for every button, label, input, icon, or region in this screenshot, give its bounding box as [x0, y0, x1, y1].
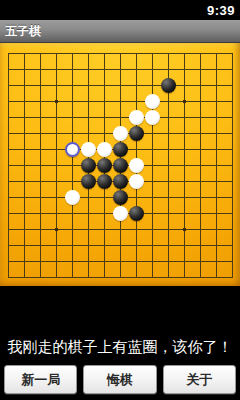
intersection[interactable] — [176, 109, 192, 125]
intersection[interactable] — [112, 237, 128, 253]
intersection[interactable] — [64, 109, 80, 125]
intersection[interactable] — [0, 157, 16, 173]
intersection[interactable] — [208, 189, 224, 205]
intersection[interactable] — [80, 125, 96, 141]
intersection[interactable] — [48, 93, 64, 109]
intersection[interactable] — [64, 61, 80, 77]
intersection[interactable] — [224, 269, 240, 285]
intersection[interactable] — [16, 141, 32, 157]
intersection[interactable] — [32, 237, 48, 253]
white-stone — [113, 206, 128, 221]
intersection[interactable] — [64, 77, 80, 93]
intersection[interactable] — [144, 93, 160, 109]
intersection[interactable] — [176, 237, 192, 253]
intersection[interactable] — [0, 205, 16, 221]
intersection[interactable] — [176, 253, 192, 269]
intersection[interactable] — [112, 205, 128, 221]
intersection[interactable] — [160, 269, 176, 285]
intersection[interactable] — [32, 173, 48, 189]
intersection[interactable] — [224, 205, 240, 221]
about-button[interactable]: 关于 — [163, 365, 236, 394]
intersection[interactable] — [80, 189, 96, 205]
intersection[interactable] — [16, 221, 32, 237]
intersection[interactable] — [128, 205, 144, 221]
intersection[interactable] — [80, 141, 96, 157]
intersection[interactable] — [80, 45, 96, 61]
intersection[interactable] — [32, 125, 48, 141]
new-game-button[interactable]: 新一局 — [4, 365, 77, 394]
intersection[interactable] — [64, 221, 80, 237]
intersection[interactable] — [160, 173, 176, 189]
intersection[interactable] — [32, 157, 48, 173]
intersection[interactable] — [64, 157, 80, 173]
white-stone — [145, 94, 160, 109]
intersection[interactable] — [32, 253, 48, 269]
intersection[interactable] — [128, 237, 144, 253]
intersection[interactable] — [144, 61, 160, 77]
intersection[interactable] — [128, 253, 144, 269]
undo-move-button[interactable]: 悔棋 — [83, 365, 156, 394]
intersection[interactable] — [192, 109, 208, 125]
intersection[interactable] — [96, 173, 112, 189]
intersection[interactable] — [192, 93, 208, 109]
intersection[interactable] — [176, 125, 192, 141]
intersection[interactable] — [208, 205, 224, 221]
intersection[interactable] — [0, 125, 16, 141]
intersection[interactable] — [144, 237, 160, 253]
intersection[interactable] — [128, 221, 144, 237]
intersection[interactable] — [224, 221, 240, 237]
intersection[interactable] — [96, 77, 112, 93]
intersection[interactable] — [192, 269, 208, 285]
intersection[interactable] — [176, 141, 192, 157]
intersection[interactable] — [176, 157, 192, 173]
intersection[interactable] — [208, 269, 224, 285]
intersection[interactable] — [0, 189, 16, 205]
intersection[interactable] — [208, 77, 224, 93]
intersection[interactable] — [160, 45, 176, 61]
intersection[interactable] — [32, 109, 48, 125]
intersection[interactable] — [32, 61, 48, 77]
intersection[interactable] — [80, 173, 96, 189]
black-stone — [129, 206, 144, 221]
black-stone — [129, 126, 144, 141]
intersection[interactable] — [64, 125, 80, 141]
intersection[interactable] — [112, 109, 128, 125]
intersection[interactable] — [112, 141, 128, 157]
intersection[interactable] — [224, 93, 240, 109]
white-stone — [97, 142, 112, 157]
intersection[interactable] — [112, 189, 128, 205]
intersection[interactable] — [0, 45, 16, 61]
intersection[interactable] — [0, 141, 16, 157]
last-move-stone — [65, 142, 80, 157]
intersection[interactable] — [208, 93, 224, 109]
intersection[interactable] — [16, 237, 32, 253]
intersection[interactable] — [144, 77, 160, 93]
status-message: 我刚走的棋子上有蓝圈，该你了！ — [0, 338, 240, 357]
intersection[interactable] — [192, 205, 208, 221]
intersection[interactable] — [96, 93, 112, 109]
intersection[interactable] — [128, 141, 144, 157]
intersection[interactable] — [16, 253, 32, 269]
intersection[interactable] — [128, 109, 144, 125]
intersection[interactable] — [128, 77, 144, 93]
intersection[interactable] — [144, 125, 160, 141]
intersection[interactable] — [64, 189, 80, 205]
black-stone — [81, 158, 96, 173]
intersection[interactable] — [160, 205, 176, 221]
intersection[interactable] — [96, 109, 112, 125]
intersection[interactable] — [96, 205, 112, 221]
button-row: 新一局 悔棋 关于 — [4, 365, 236, 394]
intersection[interactable] — [48, 77, 64, 93]
intersection[interactable] — [16, 205, 32, 221]
intersection[interactable] — [224, 173, 240, 189]
intersection[interactable] — [224, 77, 240, 93]
intersection[interactable] — [64, 237, 80, 253]
black-stone — [113, 142, 128, 157]
intersection[interactable] — [96, 141, 112, 157]
intersection[interactable] — [48, 157, 64, 173]
intersection[interactable] — [48, 109, 64, 125]
intersection[interactable] — [112, 253, 128, 269]
app-screen: 9:39 五子棋 我刚走的棋子上有蓝圈，该你了！ 新一局 悔棋 关于 — [0, 0, 240, 400]
intersection[interactable] — [16, 269, 32, 285]
intersection[interactable] — [192, 173, 208, 189]
intersection[interactable] — [48, 205, 64, 221]
intersection[interactable] — [128, 125, 144, 141]
intersection[interactable] — [16, 109, 32, 125]
intersection[interactable] — [48, 45, 64, 61]
white-stone — [129, 158, 144, 173]
intersection[interactable] — [144, 253, 160, 269]
intersection[interactable] — [48, 125, 64, 141]
intersection[interactable] — [160, 93, 176, 109]
intersection[interactable] — [0, 93, 16, 109]
intersection[interactable] — [144, 45, 160, 61]
intersection[interactable] — [176, 205, 192, 221]
intersection[interactable] — [128, 157, 144, 173]
white-stone — [129, 110, 144, 125]
intersection[interactable] — [192, 221, 208, 237]
intersection[interactable] — [208, 125, 224, 141]
intersection[interactable] — [80, 93, 96, 109]
black-stone — [113, 158, 128, 173]
intersection[interactable] — [80, 269, 96, 285]
intersection[interactable] — [32, 269, 48, 285]
intersection[interactable] — [96, 61, 112, 77]
intersection[interactable] — [96, 237, 112, 253]
intersection[interactable] — [128, 45, 144, 61]
intersection[interactable] — [160, 189, 176, 205]
intersection[interactable] — [208, 173, 224, 189]
intersection[interactable] — [64, 93, 80, 109]
intersection[interactable] — [0, 253, 16, 269]
intersection[interactable] — [176, 77, 192, 93]
intersection[interactable] — [32, 221, 48, 237]
intersection[interactable] — [176, 221, 192, 237]
intersection[interactable] — [80, 77, 96, 93]
intersection[interactable] — [64, 45, 80, 61]
intersection[interactable] — [224, 61, 240, 77]
white-stone — [145, 110, 160, 125]
black-stone — [97, 174, 112, 189]
intersection[interactable] — [32, 93, 48, 109]
intersection[interactable] — [144, 189, 160, 205]
intersection[interactable] — [192, 141, 208, 157]
intersection[interactable] — [128, 93, 144, 109]
intersection[interactable] — [192, 237, 208, 253]
intersection[interactable] — [96, 125, 112, 141]
intersection[interactable] — [48, 237, 64, 253]
intersection[interactable] — [0, 221, 16, 237]
intersection[interactable] — [208, 61, 224, 77]
intersection[interactable] — [64, 269, 80, 285]
intersection[interactable] — [224, 45, 240, 61]
intersection[interactable] — [192, 45, 208, 61]
white-stone — [65, 190, 80, 205]
intersection[interactable] — [16, 189, 32, 205]
bottom-panel: 我刚走的棋子上有蓝圈，该你了！ 新一局 悔棋 关于 — [0, 286, 240, 400]
intersection[interactable] — [16, 45, 32, 61]
intersection[interactable] — [160, 157, 176, 173]
board-grid — [0, 45, 240, 285]
intersection[interactable] — [208, 221, 224, 237]
intersection[interactable] — [0, 109, 16, 125]
intersection[interactable] — [224, 109, 240, 125]
intersection[interactable] — [96, 189, 112, 205]
intersection[interactable] — [16, 157, 32, 173]
intersection[interactable] — [16, 125, 32, 141]
intersection[interactable] — [160, 237, 176, 253]
board[interactable] — [0, 43, 240, 286]
intersection[interactable] — [64, 173, 80, 189]
intersection[interactable] — [112, 77, 128, 93]
intersection[interactable] — [16, 77, 32, 93]
intersection[interactable] — [80, 109, 96, 125]
intersection[interactable] — [64, 141, 80, 157]
intersection[interactable] — [16, 61, 32, 77]
black-stone — [81, 174, 96, 189]
black-stone — [97, 158, 112, 173]
intersection[interactable] — [192, 77, 208, 93]
intersection[interactable] — [160, 125, 176, 141]
intersection[interactable] — [192, 157, 208, 173]
intersection[interactable] — [128, 61, 144, 77]
intersection[interactable] — [160, 141, 176, 157]
intersection[interactable] — [112, 221, 128, 237]
intersection[interactable] — [0, 61, 16, 77]
intersection[interactable] — [176, 45, 192, 61]
intersection[interactable] — [112, 125, 128, 141]
intersection[interactable] — [176, 93, 192, 109]
intersection[interactable] — [176, 173, 192, 189]
intersection[interactable] — [192, 189, 208, 205]
intersection[interactable] — [48, 253, 64, 269]
intersection[interactable] — [224, 237, 240, 253]
intersection[interactable] — [144, 141, 160, 157]
intersection[interactable] — [80, 237, 96, 253]
intersection[interactable] — [16, 173, 32, 189]
intersection[interactable] — [48, 141, 64, 157]
intersection[interactable] — [224, 189, 240, 205]
intersection[interactable] — [0, 77, 16, 93]
intersection[interactable] — [112, 61, 128, 77]
intersection[interactable] — [192, 125, 208, 141]
intersection[interactable] — [224, 125, 240, 141]
intersection[interactable] — [80, 221, 96, 237]
intersection[interactable] — [80, 61, 96, 77]
intersection[interactable] — [144, 221, 160, 237]
intersection[interactable] — [208, 253, 224, 269]
intersection[interactable] — [48, 173, 64, 189]
intersection[interactable] — [96, 157, 112, 173]
intersection[interactable] — [32, 77, 48, 93]
intersection[interactable] — [16, 93, 32, 109]
intersection[interactable] — [96, 253, 112, 269]
intersection[interactable] — [160, 221, 176, 237]
intersection[interactable] — [160, 109, 176, 125]
black-stone — [113, 174, 128, 189]
intersection[interactable] — [192, 61, 208, 77]
intersection[interactable] — [128, 189, 144, 205]
intersection[interactable] — [192, 253, 208, 269]
intersection[interactable] — [48, 269, 64, 285]
intersection[interactable] — [0, 173, 16, 189]
black-stone — [113, 190, 128, 205]
intersection[interactable] — [48, 61, 64, 77]
intersection[interactable] — [144, 269, 160, 285]
white-stone — [113, 126, 128, 141]
intersection[interactable] — [64, 205, 80, 221]
intersection[interactable] — [144, 157, 160, 173]
intersection[interactable] — [144, 173, 160, 189]
intersection[interactable] — [80, 205, 96, 221]
intersection[interactable] — [112, 157, 128, 173]
white-stone — [81, 142, 96, 157]
intersection[interactable] — [160, 77, 176, 93]
white-stone — [129, 174, 144, 189]
intersection[interactable] — [64, 253, 80, 269]
intersection[interactable] — [80, 157, 96, 173]
intersection[interactable] — [224, 253, 240, 269]
intersection[interactable] — [32, 189, 48, 205]
intersection[interactable] — [144, 109, 160, 125]
intersection[interactable] — [208, 237, 224, 253]
intersection[interactable] — [128, 269, 144, 285]
intersection[interactable] — [128, 173, 144, 189]
status-bar: 9:39 — [0, 0, 240, 20]
intersection[interactable] — [176, 189, 192, 205]
intersection[interactable] — [208, 109, 224, 125]
intersection[interactable] — [48, 189, 64, 205]
intersection[interactable] — [112, 269, 128, 285]
intersection[interactable] — [112, 173, 128, 189]
intersection[interactable] — [32, 205, 48, 221]
intersection[interactable] — [224, 141, 240, 157]
intersection[interactable] — [0, 237, 16, 253]
intersection[interactable] — [176, 61, 192, 77]
intersection[interactable] — [208, 141, 224, 157]
black-stone — [161, 78, 176, 93]
intersection[interactable] — [160, 61, 176, 77]
intersection[interactable] — [0, 269, 16, 285]
intersection[interactable] — [32, 45, 48, 61]
intersection[interactable] — [32, 141, 48, 157]
intersection[interactable] — [176, 269, 192, 285]
intersection[interactable] — [80, 253, 96, 269]
intersection[interactable] — [208, 45, 224, 61]
intersection[interactable] — [112, 45, 128, 61]
title-bar: 五子棋 — [0, 20, 240, 43]
intersection[interactable] — [112, 93, 128, 109]
intersection[interactable] — [160, 253, 176, 269]
intersection[interactable] — [96, 269, 112, 285]
intersection[interactable] — [48, 221, 64, 237]
intersection[interactable] — [208, 157, 224, 173]
intersection[interactable] — [144, 205, 160, 221]
app-title: 五子棋 — [0, 23, 41, 40]
intersection[interactable] — [224, 157, 240, 173]
intersection[interactable] — [96, 221, 112, 237]
intersection[interactable] — [96, 45, 112, 61]
clock: 9:39 — [207, 3, 240, 18]
